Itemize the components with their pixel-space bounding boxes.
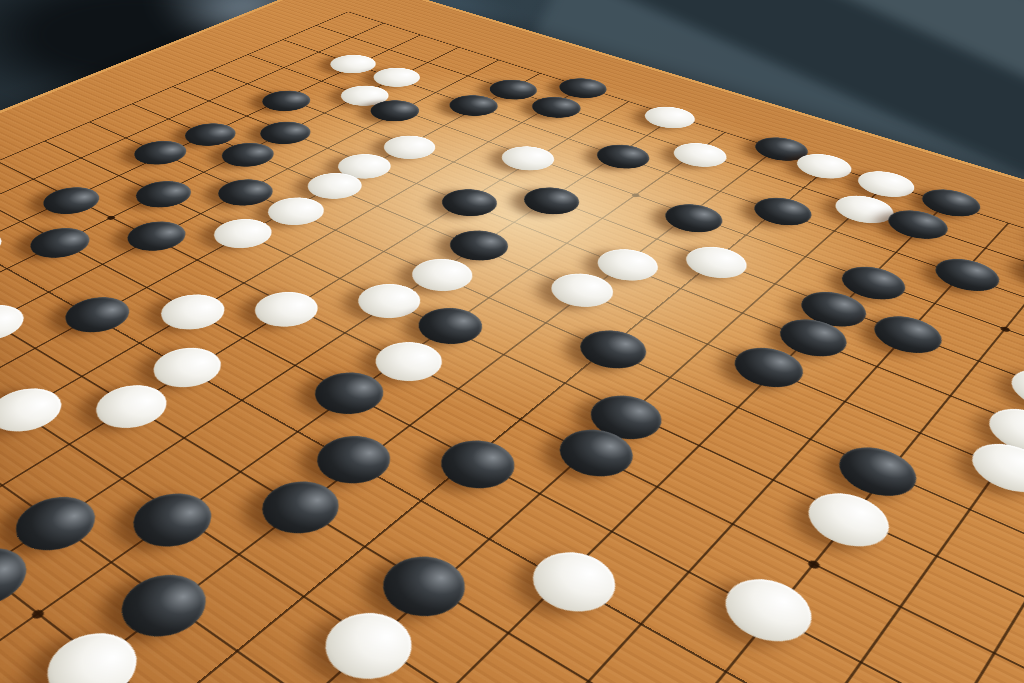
go-board-photo <box>0 0 1024 683</box>
